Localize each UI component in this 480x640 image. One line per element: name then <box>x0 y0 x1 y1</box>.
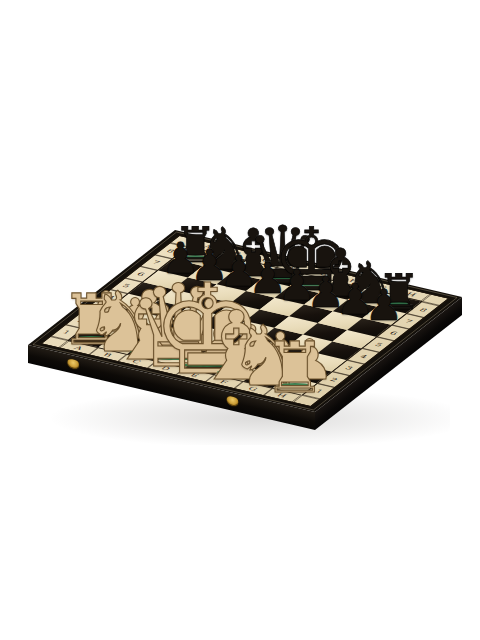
brass-clasp-2 <box>227 395 238 407</box>
product-photo-stage: AA11BB22CC33DD44EE55FF66GG77HH88 ♜♞♝♛♚♝♞… <box>0 0 480 640</box>
brass-clasp-1 <box>67 358 78 370</box>
